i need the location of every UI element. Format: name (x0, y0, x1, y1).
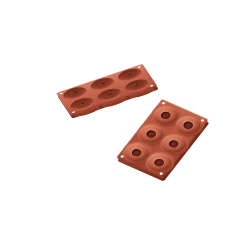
corner-hang-hole (150, 85, 154, 88)
product-photo (0, 0, 250, 250)
donut-mold-cavity-side (56, 64, 157, 115)
corner-hang-hole (137, 66, 141, 69)
corner-hang-hole (72, 111, 76, 114)
corner-hang-hole (159, 172, 164, 176)
